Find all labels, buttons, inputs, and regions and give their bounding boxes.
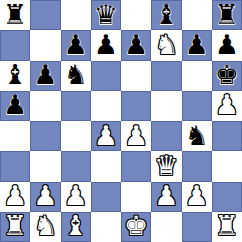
square-e6[interactable]: [121, 61, 151, 91]
square-b6[interactable]: ♟: [30, 61, 60, 91]
square-h5[interactable]: ♟: [212, 91, 242, 121]
piece-white-rook[interactable]: ♜: [3, 212, 27, 239]
square-c6[interactable]: ♞: [61, 61, 91, 91]
square-a7[interactable]: [0, 30, 30, 60]
piece-white-pawn[interactable]: ♟: [185, 182, 209, 209]
square-h7[interactable]: ♟: [212, 30, 242, 60]
square-g8[interactable]: [182, 0, 212, 30]
piece-black-pawn[interactable]: ♟: [124, 31, 148, 58]
square-e7[interactable]: ♟: [121, 30, 151, 60]
square-h1[interactable]: ♜: [212, 212, 242, 242]
square-d1[interactable]: [91, 212, 121, 242]
square-b3[interactable]: [30, 151, 60, 181]
square-d7[interactable]: ♟: [91, 30, 121, 60]
chess-board-container: ♜♛♝♜♟♟♟♞♟♟♝♟♞♚♟♟♟♟♞♛♟♟♟♟♟♜♞♝♚♜: [0, 0, 242, 242]
square-d2[interactable]: [91, 182, 121, 212]
square-a4[interactable]: [0, 121, 30, 151]
square-h8[interactable]: ♜: [212, 0, 242, 30]
square-h3[interactable]: [212, 151, 242, 181]
piece-black-pawn[interactable]: ♟: [94, 31, 118, 58]
piece-white-pawn[interactable]: ♟: [124, 122, 148, 149]
square-c4[interactable]: [61, 121, 91, 151]
square-b4[interactable]: [30, 121, 60, 151]
square-f1[interactable]: [151, 212, 181, 242]
square-e2[interactable]: [121, 182, 151, 212]
piece-black-pawn[interactable]: ♟: [64, 31, 88, 58]
piece-black-queen[interactable]: ♛: [94, 1, 118, 28]
square-c3[interactable]: [61, 151, 91, 181]
piece-white-pawn[interactable]: ♟: [3, 182, 27, 209]
piece-black-rook[interactable]: ♜: [3, 1, 27, 28]
square-f4[interactable]: [151, 121, 181, 151]
square-c2[interactable]: ♟: [61, 182, 91, 212]
square-g2[interactable]: ♟: [182, 182, 212, 212]
square-a2[interactable]: ♟: [0, 182, 30, 212]
piece-black-king[interactable]: ♚: [215, 61, 239, 88]
piece-white-pawn[interactable]: ♟: [154, 182, 178, 209]
square-g6[interactable]: [182, 61, 212, 91]
square-f3[interactable]: ♛: [151, 151, 181, 181]
square-e1[interactable]: ♚: [121, 212, 151, 242]
piece-white-bishop[interactable]: ♝: [64, 212, 88, 239]
square-a6[interactable]: ♝: [0, 61, 30, 91]
square-a5[interactable]: ♟: [0, 91, 30, 121]
square-f6[interactable]: [151, 61, 181, 91]
chess-board: ♜♛♝♜♟♟♟♞♟♟♝♟♞♚♟♟♟♟♞♛♟♟♟♟♟♜♞♝♚♜: [0, 0, 242, 242]
piece-white-pawn[interactable]: ♟: [215, 91, 239, 118]
square-c7[interactable]: ♟: [61, 30, 91, 60]
piece-black-pawn[interactable]: ♟: [3, 91, 27, 118]
square-f5[interactable]: [151, 91, 181, 121]
square-b1[interactable]: ♞: [30, 212, 60, 242]
square-f2[interactable]: ♟: [151, 182, 181, 212]
square-g7[interactable]: ♟: [182, 30, 212, 60]
piece-black-pawn[interactable]: ♟: [33, 61, 57, 88]
square-f7[interactable]: ♞: [151, 30, 181, 60]
piece-white-queen[interactable]: ♛: [154, 152, 178, 179]
square-d5[interactable]: [91, 91, 121, 121]
square-h2[interactable]: [212, 182, 242, 212]
piece-black-knight[interactable]: ♞: [64, 61, 88, 88]
piece-white-king[interactable]: ♚: [124, 212, 148, 239]
square-h4[interactable]: [212, 121, 242, 151]
square-c5[interactable]: [61, 91, 91, 121]
piece-black-bishop[interactable]: ♝: [3, 61, 27, 88]
piece-black-knight[interactable]: ♞: [185, 122, 209, 149]
square-c8[interactable]: [61, 0, 91, 30]
piece-black-pawn[interactable]: ♟: [215, 31, 239, 58]
square-e3[interactable]: [121, 151, 151, 181]
square-g4[interactable]: ♞: [182, 121, 212, 151]
square-e8[interactable]: [121, 0, 151, 30]
piece-white-pawn[interactable]: ♟: [33, 182, 57, 209]
square-c1[interactable]: ♝: [61, 212, 91, 242]
square-b7[interactable]: [30, 30, 60, 60]
piece-white-knight[interactable]: ♞: [154, 31, 178, 58]
square-g5[interactable]: [182, 91, 212, 121]
square-b5[interactable]: [30, 91, 60, 121]
square-a1[interactable]: ♜: [0, 212, 30, 242]
piece-black-bishop[interactable]: ♝: [154, 1, 178, 28]
square-d4[interactable]: ♟: [91, 121, 121, 151]
square-g1[interactable]: [182, 212, 212, 242]
square-d6[interactable]: [91, 61, 121, 91]
piece-white-pawn[interactable]: ♟: [64, 182, 88, 209]
piece-black-rook[interactable]: ♜: [215, 1, 239, 28]
square-g3[interactable]: [182, 151, 212, 181]
square-b8[interactable]: [30, 0, 60, 30]
piece-black-pawn[interactable]: ♟: [185, 31, 209, 58]
square-d8[interactable]: ♛: [91, 0, 121, 30]
square-h6[interactable]: ♚: [212, 61, 242, 91]
square-b2[interactable]: ♟: [30, 182, 60, 212]
square-d3[interactable]: [91, 151, 121, 181]
piece-white-pawn[interactable]: ♟: [94, 122, 118, 149]
piece-white-rook[interactable]: ♜: [215, 212, 239, 239]
square-a8[interactable]: ♜: [0, 0, 30, 30]
piece-white-knight[interactable]: ♞: [33, 212, 57, 239]
square-e4[interactable]: ♟: [121, 121, 151, 151]
square-a3[interactable]: [0, 151, 30, 181]
square-e5[interactable]: [121, 91, 151, 121]
square-f8[interactable]: ♝: [151, 0, 181, 30]
